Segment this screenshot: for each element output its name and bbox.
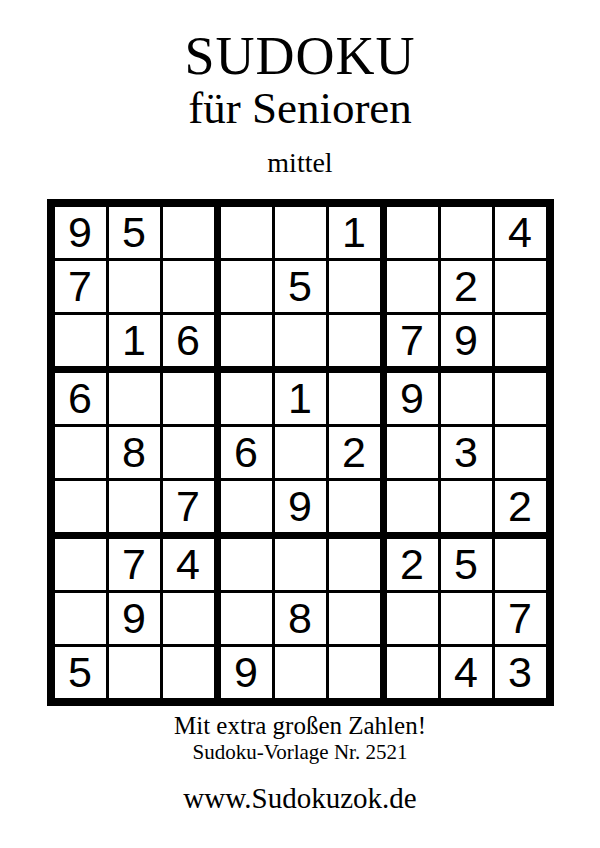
cell-r6c2[interactable] xyxy=(109,481,160,532)
cell-r8c4[interactable] xyxy=(221,593,272,644)
sudoku-box-2-2: 25743 xyxy=(387,539,546,698)
cell-r1c9[interactable]: 4 xyxy=(495,207,546,258)
cell-r7c1[interactable] xyxy=(55,539,106,590)
cell-r4c4[interactable] xyxy=(221,373,272,424)
cell-r1c8[interactable] xyxy=(441,207,492,258)
cell-r6c9[interactable]: 2 xyxy=(495,481,546,532)
cell-r7c3[interactable]: 4 xyxy=(163,539,214,590)
cell-r8c6[interactable] xyxy=(329,593,380,644)
cell-r5c5[interactable] xyxy=(275,427,326,478)
cell-r7c9[interactable] xyxy=(495,539,546,590)
sudoku-board: 95716154279687162993274958925743 xyxy=(47,199,554,706)
tagline-text: Mit extra großen Zahlen! xyxy=(174,712,426,741)
cell-r5c4[interactable]: 6 xyxy=(221,427,272,478)
cell-r5c6[interactable]: 2 xyxy=(329,427,380,478)
cell-r3c5[interactable] xyxy=(275,315,326,366)
sudoku-box-1-2: 932 xyxy=(387,373,546,532)
cell-r3c8[interactable]: 9 xyxy=(441,315,492,366)
cell-r2c9[interactable] xyxy=(495,261,546,312)
cell-r8c9[interactable]: 7 xyxy=(495,593,546,644)
cell-r6c3[interactable]: 7 xyxy=(163,481,214,532)
cell-r4c1[interactable]: 6 xyxy=(55,373,106,424)
sudoku-box-0-1: 15 xyxy=(221,207,380,366)
cell-r4c9[interactable] xyxy=(495,373,546,424)
cell-r2c2[interactable] xyxy=(109,261,160,312)
cell-r9c1[interactable]: 5 xyxy=(55,647,106,698)
cell-r7c4[interactable] xyxy=(221,539,272,590)
cell-r6c6[interactable] xyxy=(329,481,380,532)
cell-r3c1[interactable] xyxy=(55,315,106,366)
cell-r2c7[interactable] xyxy=(387,261,438,312)
cell-r1c6[interactable]: 1 xyxy=(329,207,380,258)
cell-r8c7[interactable] xyxy=(387,593,438,644)
cell-r8c8[interactable] xyxy=(441,593,492,644)
website-text: www.Sudokuzok.de xyxy=(183,782,416,815)
cell-r1c1[interactable]: 9 xyxy=(55,207,106,258)
cell-r1c3[interactable] xyxy=(163,207,214,258)
cell-r7c8[interactable]: 5 xyxy=(441,539,492,590)
cell-r4c6[interactable] xyxy=(329,373,380,424)
sudoku-box-0-2: 4279 xyxy=(387,207,546,366)
template-number-text: Sudoku-Vorlage Nr. 2521 xyxy=(193,740,408,764)
cell-r5c8[interactable]: 3 xyxy=(441,427,492,478)
cell-r9c3[interactable] xyxy=(163,647,214,698)
cell-r4c5[interactable]: 1 xyxy=(275,373,326,424)
cell-r9c4[interactable]: 9 xyxy=(221,647,272,698)
cell-r8c3[interactable] xyxy=(163,593,214,644)
cell-r7c2[interactable]: 7 xyxy=(109,539,160,590)
cell-r3c2[interactable]: 1 xyxy=(109,315,160,366)
cell-r9c5[interactable] xyxy=(275,647,326,698)
difficulty-label: mittel xyxy=(267,148,332,179)
cell-r3c3[interactable]: 6 xyxy=(163,315,214,366)
cell-r9c8[interactable]: 4 xyxy=(441,647,492,698)
cell-r6c1[interactable] xyxy=(55,481,106,532)
cell-r6c8[interactable] xyxy=(441,481,492,532)
cell-r8c5[interactable]: 8 xyxy=(275,593,326,644)
cell-r1c5[interactable] xyxy=(275,207,326,258)
sudoku-box-2-0: 7495 xyxy=(55,539,214,698)
sudoku-box-1-0: 687 xyxy=(55,373,214,532)
cell-r5c9[interactable] xyxy=(495,427,546,478)
cell-r7c5[interactable] xyxy=(275,539,326,590)
cell-r9c7[interactable] xyxy=(387,647,438,698)
cell-r2c6[interactable] xyxy=(329,261,380,312)
cell-r9c6[interactable] xyxy=(329,647,380,698)
sudoku-box-0-0: 95716 xyxy=(55,207,214,366)
page-subtitle: für Senioren xyxy=(188,85,412,132)
cell-r3c6[interactable] xyxy=(329,315,380,366)
cell-r4c8[interactable] xyxy=(441,373,492,424)
page-title: SUDOKU xyxy=(184,28,415,85)
cell-r4c2[interactable] xyxy=(109,373,160,424)
cell-r4c7[interactable]: 9 xyxy=(387,373,438,424)
cell-r2c8[interactable]: 2 xyxy=(441,261,492,312)
cell-r9c9[interactable]: 3 xyxy=(495,647,546,698)
cell-r5c1[interactable] xyxy=(55,427,106,478)
cell-r1c2[interactable]: 5 xyxy=(109,207,160,258)
cell-r5c3[interactable] xyxy=(163,427,214,478)
cell-r7c7[interactable]: 2 xyxy=(387,539,438,590)
cell-r6c7[interactable] xyxy=(387,481,438,532)
cell-r6c5[interactable]: 9 xyxy=(275,481,326,532)
cell-r2c1[interactable]: 7 xyxy=(55,261,106,312)
cell-r7c6[interactable] xyxy=(329,539,380,590)
cell-r2c4[interactable] xyxy=(221,261,272,312)
cell-r3c4[interactable] xyxy=(221,315,272,366)
cell-r4c3[interactable] xyxy=(163,373,214,424)
cell-r1c4[interactable] xyxy=(221,207,272,258)
cell-r5c7[interactable] xyxy=(387,427,438,478)
cell-r8c2[interactable]: 9 xyxy=(109,593,160,644)
cell-r2c5[interactable]: 5 xyxy=(275,261,326,312)
cell-r3c7[interactable]: 7 xyxy=(387,315,438,366)
cell-r8c1[interactable] xyxy=(55,593,106,644)
sudoku-box-2-1: 89 xyxy=(221,539,380,698)
sudoku-box-1-1: 1629 xyxy=(221,373,380,532)
cell-r3c9[interactable] xyxy=(495,315,546,366)
cell-r6c4[interactable] xyxy=(221,481,272,532)
cell-r5c2[interactable]: 8 xyxy=(109,427,160,478)
cell-r2c3[interactable] xyxy=(163,261,214,312)
cell-r9c2[interactable] xyxy=(109,647,160,698)
cell-r1c7[interactable] xyxy=(387,207,438,258)
